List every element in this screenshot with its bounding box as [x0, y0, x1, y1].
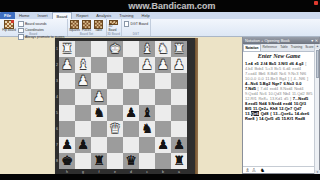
black-knight-piece[interactable]: ♞: [141, 121, 153, 137]
button-label: 3D Board: [109, 25, 119, 32]
notation-panel-titlebar[interactable]: Notation + Opening Book ▾✕: [243, 37, 319, 44]
rank-label-1: 1: [55, 41, 59, 57]
panel-tab-training[interactable]: Training: [289, 44, 303, 51]
square-a5[interactable]: [171, 105, 187, 121]
bandicam-watermark: www.Bandicam.com: [0, 0, 320, 12]
square-b3[interactable]: [155, 73, 171, 89]
square-b8[interactable]: [155, 153, 171, 169]
square-e2[interactable]: [107, 57, 123, 73]
checkbox-board-sounds[interactable]: Board sounds: [18, 21, 65, 27]
square-c8[interactable]: [139, 153, 155, 169]
ribbon-content: Flip BoardBoard soundsCoordinatesAlways …: [0, 19, 320, 37]
ribbon-tab-file[interactable]: File: [0, 12, 15, 19]
white-rook-piece[interactable]: ♜: [173, 41, 185, 57]
flip-board-button[interactable]: Flip Board: [2, 20, 16, 32]
rank-label-6: 6: [55, 121, 59, 137]
square-g8[interactable]: [75, 153, 91, 169]
ribbon-tab-home[interactable]: Home: [15, 12, 34, 19]
group-label: Board Set: [68, 32, 106, 36]
square-c1[interactable]: ♝: [139, 41, 155, 57]
black-pawn-piece[interactable]: ♟: [173, 137, 185, 153]
black-pawn-piece[interactable]: ♟: [157, 137, 169, 153]
app-window: www.Bandicam.com FileHomeInsertBoardRepo…: [0, 0, 320, 180]
checkbox-label: Board sounds: [25, 22, 47, 26]
square-f2[interactable]: [91, 57, 107, 73]
ribbon-tab-board[interactable]: Board: [52, 12, 73, 19]
notation-body: Enter New Game 1.e4 e5 2.f4 Bc5 3.Nf3 d6…: [243, 51, 315, 168]
game-header: Enter New Game: [245, 53, 313, 59]
square-g7[interactable]: ♟: [75, 137, 91, 153]
square-a1[interactable]: ♜: [171, 41, 187, 57]
square-c5[interactable]: ♝: [139, 105, 155, 121]
square-f6[interactable]: [91, 121, 107, 137]
square-h8[interactable]: ♚: [59, 153, 75, 169]
board-grid: ♜♚♝♞♜♟♝♟♟♟♟♟♞♟♝♛♞♟♟♟♟♚♜♛♜: [59, 41, 187, 169]
square-e4[interactable]: [107, 89, 123, 105]
ribbon-tab-insert[interactable]: Insert: [34, 12, 52, 19]
square-d2[interactable]: [123, 57, 139, 73]
ribbon-tab-report[interactable]: Report: [72, 12, 92, 19]
square-a8[interactable]: ♜: [171, 153, 187, 169]
white-knight-piece[interactable]: ♞: [157, 41, 169, 57]
square-b4[interactable]: [155, 89, 171, 105]
square-h7[interactable]: ♟: [59, 137, 75, 153]
square-b6[interactable]: [155, 121, 171, 137]
black-rook-piece[interactable]: ♜: [93, 153, 105, 169]
square-f4[interactable]: ♟: [91, 89, 107, 105]
black-pawn-piece[interactable]: ♟: [77, 137, 89, 153]
square-c7[interactable]: [139, 137, 155, 153]
square-d6[interactable]: [123, 121, 139, 137]
scroll-up-icon[interactable]: ▲: [315, 44, 320, 49]
chess-board: ♜♚♝♞♜♟♝♟♟♟♟♟♞♟♝♛♞♟♟♟♟♚♜♛♜ 12345678hgfedc…: [55, 38, 195, 175]
square-d8[interactable]: ♛: [123, 153, 139, 169]
black-knight-piece[interactable]: ♞: [93, 105, 105, 121]
white-pawn-piece[interactable]: ♟: [77, 73, 89, 89]
square-d4[interactable]: [123, 89, 139, 105]
square-h4[interactable]: [59, 89, 75, 105]
board-edge-decoration: [195, 38, 198, 175]
group-label: 3D Board: [107, 32, 121, 36]
ribbon-group-board-set: SquaresPiecesTableBoard Set: [68, 19, 107, 36]
ribbon-group-board: Flip BoardBoard soundsCoordinatesAlways …: [0, 19, 68, 36]
square-a6[interactable]: [171, 121, 187, 137]
square-e6[interactable]: ♛: [107, 121, 123, 137]
black-rook-piece[interactable]: ♜: [173, 153, 185, 169]
square-g6[interactable]: [75, 121, 91, 137]
board-icon: [4, 20, 14, 29]
white-pawn-piece[interactable]: ♟: [173, 57, 185, 73]
square-f5[interactable]: ♞: [91, 105, 107, 121]
square-g3[interactable]: ♟: [75, 73, 91, 89]
black-pawn-piece[interactable]: ♟: [61, 137, 73, 153]
table-button[interactable]: Table: [94, 20, 104, 32]
square-f7[interactable]: [91, 137, 107, 153]
square-e8[interactable]: [107, 153, 123, 169]
square-h6[interactable]: [59, 121, 75, 137]
square-g5[interactable]: [75, 105, 91, 121]
notation-panel-title: Notation + Opening Book: [245, 38, 290, 43]
square-c3[interactable]: [139, 73, 155, 89]
white-pawn-piece[interactable]: ♟: [93, 89, 105, 105]
recording-top-bar: www.Bandicam.com: [0, 0, 320, 12]
square-a3[interactable]: [171, 73, 187, 89]
square-h2[interactable]: ♟: [59, 57, 75, 73]
ribbon-tab-analysis[interactable]: Analysis: [92, 12, 115, 19]
square-b7[interactable]: ♟: [155, 137, 171, 153]
square-d1[interactable]: [123, 41, 139, 57]
black-king-piece[interactable]: ♚: [61, 153, 73, 169]
panel-tab-table[interactable]: Table: [279, 44, 290, 51]
white-queen-piece[interactable]: ♛: [109, 121, 121, 137]
square-b1[interactable]: ♞: [155, 41, 171, 57]
square-g4[interactable]: [75, 89, 91, 105]
notation-panel-window-buttons: ▾✕: [310, 37, 318, 44]
black-bishop-piece[interactable]: ♝: [141, 105, 153, 121]
ribbon-group-dgt: DGT BoardDGT: [122, 19, 152, 36]
square-c4[interactable]: [139, 89, 155, 105]
ribbon-tab-training[interactable]: Training: [115, 12, 137, 19]
square-d5[interactable]: ♟: [123, 105, 139, 121]
ribbon-tab-help[interactable]: Help: [138, 12, 154, 19]
square-g1[interactable]: [75, 41, 91, 57]
square-e3[interactable]: [107, 73, 123, 89]
square-h3[interactable]: [59, 73, 75, 89]
checkbox-dgt-board[interactable]: DGT Board: [124, 21, 149, 27]
material-white-piece-icon: ♙: [251, 167, 256, 174]
square-e5[interactable]: [107, 105, 123, 121]
ribbon-tab-bar: FileHomeInsertBoardReportAnalysisTrainin…: [0, 12, 320, 19]
squares-button[interactable]: Squares: [70, 20, 80, 32]
square-g2[interactable]: ♝: [75, 57, 91, 73]
notation-scrollbar[interactable]: ▲ ▼: [314, 44, 319, 175]
panel-close-icon[interactable]: ✕: [315, 38, 318, 43]
scroll-thumb[interactable]: [316, 50, 320, 78]
square-e7[interactable]: [107, 137, 123, 153]
material-balance: ♗♙♞: [243, 166, 315, 173]
pieces-button[interactable]: Pieces: [82, 20, 92, 32]
white-pawn-piece[interactable]: ♟: [141, 57, 153, 73]
square-a2[interactable]: ♟: [171, 57, 187, 73]
black-pawn-piece[interactable]: ♟: [125, 105, 137, 121]
white-rook-piece[interactable]: ♜: [61, 41, 73, 57]
checkbox-icon[interactable]: [18, 21, 24, 27]
square-f3[interactable]: [91, 73, 107, 89]
white-bishop-piece[interactable]: ♝: [141, 41, 153, 57]
square-b2[interactable]: ♟: [155, 57, 171, 73]
rank-label-7: 7: [55, 137, 59, 153]
square-b5[interactable]: [155, 105, 171, 121]
white-pawn-piece[interactable]: ♟: [61, 57, 73, 73]
checkbox-icon[interactable]: [124, 21, 130, 27]
rank-label-2: 2: [55, 57, 59, 73]
notation-panel: Notation + Opening Book ▾✕ NotationRefer…: [242, 36, 320, 174]
square-c6[interactable]: ♞: [139, 121, 155, 137]
square-f8[interactable]: ♜: [91, 153, 107, 169]
move-list[interactable]: 1.e4 e5 2.f4 Bc5 3.Nf3 d6 4.g3 [ 4.b4 Bx…: [245, 61, 313, 121]
square-f1[interactable]: [91, 41, 107, 57]
material-white-piece-icon: ♗: [245, 167, 250, 174]
group-label: Board: [0, 32, 67, 36]
black-queen-piece[interactable]: ♛: [125, 153, 137, 169]
panel-tab-notation[interactable]: Notation: [243, 44, 261, 51]
square-c2[interactable]: ♟: [139, 57, 155, 73]
rank-label-5: 5: [55, 105, 59, 121]
panel-tab-reference[interactable]: Reference: [261, 44, 279, 51]
rank-label-8: 8: [55, 153, 59, 169]
white-king-piece[interactable]: ♚: [109, 41, 121, 57]
square-a7[interactable]: ♟: [171, 137, 187, 153]
letterbox-bottom: [0, 174, 320, 180]
material-black-piece-icon: ♞: [260, 167, 265, 174]
square-d7[interactable]: [123, 137, 139, 153]
recording-indicator-icon: [314, 1, 318, 5]
ribbon-group-3d-board: 3D Board3D Board: [107, 19, 122, 36]
square-a4[interactable]: [171, 89, 187, 105]
square-h5[interactable]: [59, 105, 75, 121]
group-label: DGT: [122, 32, 151, 36]
3d-board-button[interactable]: 3D Board: [109, 20, 119, 32]
checkbox-label: DGT Board: [131, 22, 149, 26]
square-e1[interactable]: ♚: [107, 41, 123, 57]
square-h1[interactable]: ♜: [59, 41, 75, 57]
square-d3[interactable]: [123, 73, 139, 89]
white-pawn-piece[interactable]: ♟: [157, 57, 169, 73]
white-bishop-piece[interactable]: ♝: [77, 57, 89, 73]
rank-label-4: 4: [55, 89, 59, 105]
rank-label-3: 3: [55, 73, 59, 89]
panel-menu-icon[interactable]: ▾: [311, 38, 313, 43]
